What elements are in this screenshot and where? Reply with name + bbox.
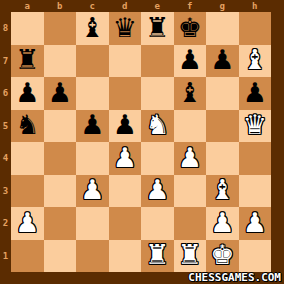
square-f6[interactable]: ♝ [174, 77, 207, 110]
square-g8[interactable] [206, 12, 239, 45]
piece-black-queen[interactable]: ♛ [113, 14, 137, 41]
square-c6[interactable] [76, 77, 109, 110]
rank-label-7: 7 [0, 45, 11, 78]
square-g3[interactable]: ♝ [206, 175, 239, 208]
square-b5[interactable] [44, 110, 77, 143]
rank-label-5: 5 [0, 110, 11, 143]
square-h6[interactable]: ♟ [239, 77, 272, 110]
square-e8[interactable]: ♜ [141, 12, 174, 45]
piece-black-bishop[interactable]: ♝ [178, 79, 202, 106]
rank-label-1: 1 [0, 240, 11, 273]
square-c2[interactable] [76, 207, 109, 240]
piece-white-king[interactable]: ♚ [210, 241, 234, 268]
chess-diagram: abcdefgh 87654321 ♝♛♜♚♜♟♟♝♟♟♝♟♞♟♟♞♛♟♟♟♟♝… [0, 0, 284, 284]
file-label-b: b [44, 0, 77, 12]
square-e4[interactable] [141, 142, 174, 175]
square-e7[interactable] [141, 45, 174, 78]
piece-white-pawn[interactable]: ♟ [178, 144, 202, 171]
file-label-h: h [239, 0, 272, 12]
square-h7[interactable]: ♝ [239, 45, 272, 78]
square-c7[interactable] [76, 45, 109, 78]
piece-white-pawn[interactable]: ♟ [113, 144, 137, 171]
square-f4[interactable]: ♟ [174, 142, 207, 175]
square-e3[interactable]: ♟ [141, 175, 174, 208]
piece-white-pawn[interactable]: ♟ [210, 209, 234, 236]
square-g4[interactable] [206, 142, 239, 175]
square-f1[interactable]: ♜ [174, 240, 207, 273]
rank-label-4: 4 [0, 142, 11, 175]
square-d1[interactable] [109, 240, 142, 273]
rank-label-3: 3 [0, 175, 11, 208]
piece-white-pawn[interactable]: ♟ [15, 209, 39, 236]
piece-black-pawn[interactable]: ♟ [80, 111, 104, 138]
square-e5[interactable]: ♞ [141, 110, 174, 143]
piece-white-knight[interactable]: ♞ [145, 111, 169, 138]
square-d4[interactable]: ♟ [109, 142, 142, 175]
piece-white-rook[interactable]: ♜ [178, 241, 202, 268]
square-a1[interactable] [11, 240, 44, 273]
square-d8[interactable]: ♛ [109, 12, 142, 45]
piece-black-knight[interactable]: ♞ [15, 111, 39, 138]
file-label-d: d [109, 0, 142, 12]
piece-black-rook[interactable]: ♜ [145, 14, 169, 41]
square-g7[interactable]: ♟ [206, 45, 239, 78]
square-b6[interactable]: ♟ [44, 77, 77, 110]
square-a8[interactable] [11, 12, 44, 45]
piece-white-queen[interactable]: ♛ [243, 111, 267, 138]
piece-black-pawn[interactable]: ♟ [15, 79, 39, 106]
square-d2[interactable] [109, 207, 142, 240]
square-c1[interactable] [76, 240, 109, 273]
square-a4[interactable] [11, 142, 44, 175]
piece-white-pawn[interactable]: ♟ [80, 176, 104, 203]
square-e6[interactable] [141, 77, 174, 110]
square-d7[interactable] [109, 45, 142, 78]
square-b7[interactable] [44, 45, 77, 78]
piece-white-rook[interactable]: ♜ [145, 241, 169, 268]
square-a5[interactable]: ♞ [11, 110, 44, 143]
piece-black-pawn[interactable]: ♟ [113, 111, 137, 138]
square-h1[interactable] [239, 240, 272, 273]
square-a7[interactable]: ♜ [11, 45, 44, 78]
square-d6[interactable] [109, 77, 142, 110]
piece-white-bishop[interactable]: ♝ [243, 46, 267, 73]
file-label-g: g [206, 0, 239, 12]
square-g1[interactable]: ♚ [206, 240, 239, 273]
piece-white-pawn[interactable]: ♟ [243, 209, 267, 236]
rank-label-2: 2 [0, 207, 11, 240]
file-label-e: e [141, 0, 174, 12]
square-h3[interactable] [239, 175, 272, 208]
square-c4[interactable] [76, 142, 109, 175]
square-c5[interactable]: ♟ [76, 110, 109, 143]
square-b8[interactable] [44, 12, 77, 45]
chess-board: ♝♛♜♚♜♟♟♝♟♟♝♟♞♟♟♞♛♟♟♟♟♝♟♟♟♜♜♚ [11, 12, 271, 272]
rank-label-6: 6 [0, 77, 11, 110]
square-d3[interactable] [109, 175, 142, 208]
piece-black-pawn[interactable]: ♟ [178, 46, 202, 73]
piece-black-rook[interactable]: ♜ [15, 46, 39, 73]
square-a3[interactable] [11, 175, 44, 208]
piece-black-pawn[interactable]: ♟ [243, 79, 267, 106]
square-a6[interactable]: ♟ [11, 77, 44, 110]
piece-white-bishop[interactable]: ♝ [210, 176, 234, 203]
square-h4[interactable] [239, 142, 272, 175]
file-labels: abcdefgh [11, 0, 271, 12]
square-e1[interactable]: ♜ [141, 240, 174, 273]
file-label-a: a [11, 0, 44, 12]
square-h8[interactable] [239, 12, 272, 45]
square-g5[interactable] [206, 110, 239, 143]
square-f2[interactable] [174, 207, 207, 240]
rank-labels: 87654321 [0, 12, 11, 272]
piece-black-pawn[interactable]: ♟ [48, 79, 72, 106]
piece-black-bishop[interactable]: ♝ [80, 14, 104, 41]
square-f3[interactable] [174, 175, 207, 208]
chessgames-site-label: CHESSGAMES.COM [188, 271, 281, 284]
square-h2[interactable]: ♟ [239, 207, 272, 240]
square-f8[interactable]: ♚ [174, 12, 207, 45]
square-g6[interactable] [206, 77, 239, 110]
file-label-c: c [76, 0, 109, 12]
square-b4[interactable] [44, 142, 77, 175]
square-b1[interactable] [44, 240, 77, 273]
piece-black-pawn[interactable]: ♟ [210, 46, 234, 73]
square-f5[interactable] [174, 110, 207, 143]
square-g2[interactable]: ♟ [206, 207, 239, 240]
file-label-f: f [174, 0, 207, 12]
square-b3[interactable] [44, 175, 77, 208]
rank-label-8: 8 [0, 12, 11, 45]
square-e2[interactable] [141, 207, 174, 240]
square-a2[interactable]: ♟ [11, 207, 44, 240]
piece-white-pawn[interactable]: ♟ [145, 176, 169, 203]
square-b2[interactable] [44, 207, 77, 240]
square-h5[interactable]: ♛ [239, 110, 272, 143]
square-c3[interactable]: ♟ [76, 175, 109, 208]
piece-black-king[interactable]: ♚ [178, 14, 202, 41]
square-c8[interactable]: ♝ [76, 12, 109, 45]
square-d5[interactable]: ♟ [109, 110, 142, 143]
square-f7[interactable]: ♟ [174, 45, 207, 78]
